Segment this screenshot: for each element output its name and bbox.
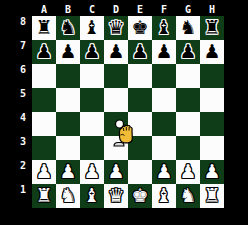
square-e8[interactable]: ♚ <box>128 16 152 40</box>
rank-label-3: 3 <box>14 136 28 160</box>
file-label-e: E <box>128 4 152 15</box>
square-d8[interactable]: ♛ <box>104 16 128 40</box>
square-f6[interactable] <box>152 64 176 88</box>
white-knight-g1[interactable]: ♞ <box>176 184 200 208</box>
square-f2[interactable]: ♟ <box>152 160 176 184</box>
square-d5[interactable] <box>104 88 128 112</box>
white-bishop-c1[interactable]: ♝ <box>80 184 104 208</box>
white-knight-b1[interactable]: ♞ <box>56 184 80 208</box>
hand-cursor-holding-pawn[interactable] <box>112 119 136 148</box>
square-c6[interactable] <box>80 64 104 88</box>
white-pawn-a2[interactable]: ♟ <box>32 160 56 184</box>
square-e5[interactable] <box>128 88 152 112</box>
square-e7[interactable]: ♟ <box>128 40 152 64</box>
square-h5[interactable] <box>200 88 224 112</box>
square-f8[interactable]: ♝ <box>152 16 176 40</box>
black-pawn-d7[interactable]: ♟ <box>104 40 128 64</box>
rank-label-4: 4 <box>14 112 28 136</box>
black-pawn-c7[interactable]: ♟ <box>80 40 104 64</box>
black-knight-b8[interactable]: ♞ <box>56 16 80 40</box>
file-label-h: H <box>200 4 224 15</box>
square-g5[interactable] <box>176 88 200 112</box>
rank-label-6: 6 <box>14 64 28 88</box>
square-g8[interactable]: ♞ <box>176 16 200 40</box>
white-rook-h1[interactable]: ♜ <box>200 184 224 208</box>
square-a4[interactable] <box>32 112 56 136</box>
square-e6[interactable] <box>128 64 152 88</box>
rank-labels: 87654321 <box>14 16 28 208</box>
square-a3[interactable] <box>32 136 56 160</box>
square-h7[interactable]: ♟ <box>200 40 224 64</box>
white-king-e1[interactable]: ♚ <box>128 184 152 208</box>
square-c2[interactable]: ♟ <box>80 160 104 184</box>
file-label-b: B <box>56 4 80 15</box>
black-pawn-h7[interactable]: ♟ <box>200 40 224 64</box>
white-bishop-f1[interactable]: ♝ <box>152 184 176 208</box>
square-g7[interactable]: ♟ <box>176 40 200 64</box>
square-c1[interactable]: ♝ <box>80 184 104 208</box>
square-e1[interactable]: ♚ <box>128 184 152 208</box>
square-h6[interactable] <box>200 64 224 88</box>
square-f7[interactable]: ♟ <box>152 40 176 64</box>
file-label-d: D <box>104 4 128 15</box>
square-g6[interactable] <box>176 64 200 88</box>
black-bishop-f8[interactable]: ♝ <box>152 16 176 40</box>
square-g1[interactable]: ♞ <box>176 184 200 208</box>
black-pawn-a7[interactable]: ♟ <box>32 40 56 64</box>
square-h1[interactable]: ♜ <box>200 184 224 208</box>
square-a6[interactable] <box>32 64 56 88</box>
white-queen-d1[interactable]: ♛ <box>104 184 128 208</box>
square-d2[interactable]: ♟ <box>104 160 128 184</box>
square-h8[interactable]: ♜ <box>200 16 224 40</box>
file-labels: ABCDEFGH <box>32 4 224 15</box>
black-rook-a8[interactable]: ♜ <box>32 16 56 40</box>
white-pawn-f2[interactable]: ♟ <box>152 160 176 184</box>
square-g4[interactable] <box>176 112 200 136</box>
white-pawn-b2[interactable]: ♟ <box>56 160 80 184</box>
square-c3[interactable] <box>80 136 104 160</box>
file-label-g: G <box>176 4 200 15</box>
rank-label-1: 1 <box>14 184 28 208</box>
square-a1[interactable]: ♜ <box>32 184 56 208</box>
rank-label-5: 5 <box>14 88 28 112</box>
white-pawn-c2[interactable]: ♟ <box>80 160 104 184</box>
square-b8[interactable]: ♞ <box>56 16 80 40</box>
square-h2[interactable]: ♟ <box>200 160 224 184</box>
rank-label-8: 8 <box>14 16 28 40</box>
square-a5[interactable] <box>32 88 56 112</box>
square-b7[interactable]: ♟ <box>56 40 80 64</box>
white-rook-a1[interactable]: ♜ <box>32 184 56 208</box>
black-pawn-b7[interactable]: ♟ <box>56 40 80 64</box>
white-pawn-h2[interactable]: ♟ <box>200 160 224 184</box>
black-bishop-c8[interactable]: ♝ <box>80 16 104 40</box>
square-b4[interactable] <box>56 112 80 136</box>
square-c5[interactable] <box>80 88 104 112</box>
square-f3[interactable] <box>152 136 176 160</box>
square-d1[interactable]: ♛ <box>104 184 128 208</box>
square-f4[interactable] <box>152 112 176 136</box>
square-a2[interactable]: ♟ <box>32 160 56 184</box>
square-h3[interactable] <box>200 136 224 160</box>
square-b5[interactable] <box>56 88 80 112</box>
rank-label-2: 2 <box>14 160 28 184</box>
black-pawn-g7[interactable]: ♟ <box>176 40 200 64</box>
hand-cursor-icon <box>112 119 136 148</box>
square-g2[interactable]: ♟ <box>176 160 200 184</box>
square-a7[interactable]: ♟ <box>32 40 56 64</box>
black-pawn-e7[interactable]: ♟ <box>128 40 152 64</box>
square-b3[interactable] <box>56 136 80 160</box>
square-g3[interactable] <box>176 136 200 160</box>
white-pawn-g2[interactable]: ♟ <box>176 160 200 184</box>
rank-label-7: 7 <box>14 40 28 64</box>
square-c8[interactable]: ♝ <box>80 16 104 40</box>
square-h4[interactable] <box>200 112 224 136</box>
file-label-a: A <box>32 4 56 15</box>
black-rook-h8[interactable]: ♜ <box>200 16 224 40</box>
square-f5[interactable] <box>152 88 176 112</box>
square-f1[interactable]: ♝ <box>152 184 176 208</box>
black-queen-d8[interactable]: ♛ <box>104 16 128 40</box>
black-king-e8[interactable]: ♚ <box>128 16 152 40</box>
square-d6[interactable] <box>104 64 128 88</box>
square-c7[interactable]: ♟ <box>80 40 104 64</box>
square-b6[interactable] <box>56 64 80 88</box>
file-label-f: F <box>152 4 176 15</box>
square-c4[interactable] <box>80 112 104 136</box>
black-pawn-f7[interactable]: ♟ <box>152 40 176 64</box>
square-d7[interactable]: ♟ <box>104 40 128 64</box>
black-knight-g8[interactable]: ♞ <box>176 16 200 40</box>
chess-board: ♜♞♝♛♚♝♞♜♟♟♟♟♟♟♟♟♟♟♟♟♟♟♟♜♞♝♛♚♝♞♜ <box>32 16 224 208</box>
white-pawn-d2[interactable]: ♟ <box>104 160 128 184</box>
square-a8[interactable]: ♜ <box>32 16 56 40</box>
square-b1[interactable]: ♞ <box>56 184 80 208</box>
game-screen: ABCDEFGH 87654321 ♜♞♝♛♚♝♞♜♟♟♟♟♟♟♟♟♟♟♟♟♟♟… <box>0 0 248 225</box>
square-e2[interactable] <box>128 160 152 184</box>
file-label-c: C <box>80 4 104 15</box>
square-b2[interactable]: ♟ <box>56 160 80 184</box>
